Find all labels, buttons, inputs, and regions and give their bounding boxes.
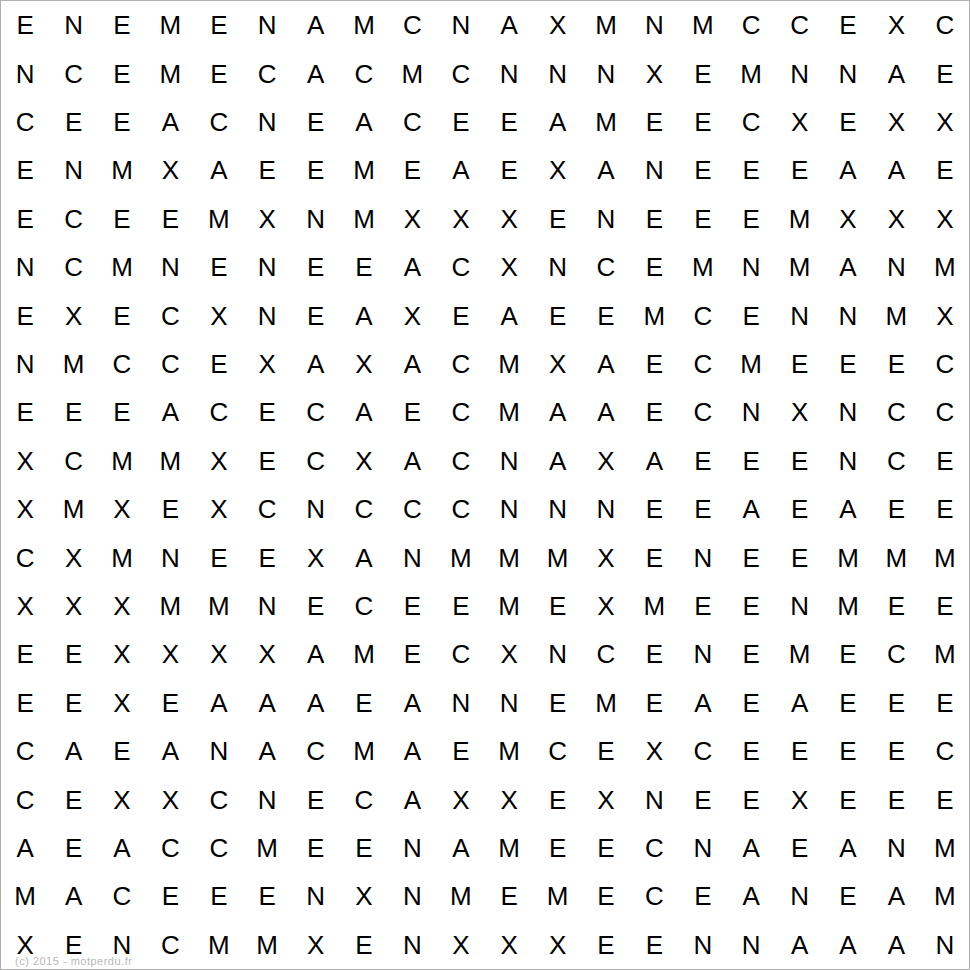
grid-cell[interactable]: E bbox=[727, 679, 775, 727]
grid-cell[interactable]: E bbox=[533, 195, 581, 243]
grid-cell[interactable]: E bbox=[921, 146, 969, 194]
grid-cell[interactable]: A bbox=[775, 679, 823, 727]
grid-cell[interactable]: M bbox=[533, 533, 581, 581]
grid-cell[interactable]: E bbox=[679, 49, 727, 97]
grid-cell[interactable]: C bbox=[49, 49, 97, 97]
grid-cell[interactable]: M bbox=[485, 582, 533, 630]
grid-cell[interactable]: E bbox=[582, 921, 630, 969]
grid-cell[interactable]: E bbox=[630, 485, 678, 533]
grid-cell[interactable]: A bbox=[146, 388, 194, 436]
grid-cell[interactable]: M bbox=[485, 824, 533, 872]
grid-cell[interactable]: E bbox=[49, 98, 97, 146]
grid-cell[interactable]: E bbox=[291, 824, 339, 872]
grid-cell[interactable]: A bbox=[533, 98, 581, 146]
grid-cell[interactable]: E bbox=[872, 775, 920, 823]
grid-cell[interactable]: E bbox=[340, 243, 388, 291]
grid-cell[interactable]: X bbox=[98, 679, 146, 727]
grid-cell[interactable]: M bbox=[630, 582, 678, 630]
grid-cell[interactable]: A bbox=[243, 727, 291, 775]
grid-cell[interactable]: M bbox=[340, 146, 388, 194]
grid-cell[interactable]: E bbox=[485, 872, 533, 920]
grid-cell[interactable]: N bbox=[195, 727, 243, 775]
grid-cell[interactable]: C bbox=[679, 388, 727, 436]
grid-cell[interactable]: E bbox=[340, 921, 388, 969]
grid-cell[interactable]: X bbox=[340, 437, 388, 485]
grid-cell[interactable]: X bbox=[533, 340, 581, 388]
grid-cell[interactable]: M bbox=[824, 582, 872, 630]
grid-cell[interactable]: E bbox=[582, 872, 630, 920]
grid-cell[interactable]: A bbox=[291, 679, 339, 727]
grid-cell[interactable]: E bbox=[437, 582, 485, 630]
grid-cell[interactable]: X bbox=[1, 485, 49, 533]
grid-cell[interactable]: E bbox=[775, 146, 823, 194]
grid-cell[interactable]: C bbox=[533, 727, 581, 775]
grid-cell[interactable]: C bbox=[872, 630, 920, 678]
grid-cell[interactable]: N bbox=[872, 824, 920, 872]
grid-cell[interactable]: E bbox=[146, 872, 194, 920]
grid-cell[interactable]: E bbox=[582, 727, 630, 775]
grid-cell[interactable]: N bbox=[775, 49, 823, 97]
grid-cell[interactable]: E bbox=[727, 727, 775, 775]
grid-cell[interactable]: A bbox=[1, 824, 49, 872]
grid-cell[interactable]: N bbox=[824, 437, 872, 485]
grid-cell[interactable]: A bbox=[49, 872, 97, 920]
grid-cell[interactable]: A bbox=[388, 775, 436, 823]
grid-cell[interactable]: E bbox=[98, 727, 146, 775]
grid-cell[interactable]: M bbox=[195, 582, 243, 630]
grid-cell[interactable]: C bbox=[679, 291, 727, 339]
grid-cell[interactable]: X bbox=[195, 291, 243, 339]
grid-cell[interactable]: M bbox=[872, 533, 920, 581]
grid-cell[interactable]: C bbox=[775, 1, 823, 49]
grid-cell[interactable]: X bbox=[775, 775, 823, 823]
grid-cell[interactable]: M bbox=[872, 291, 920, 339]
grid-cell[interactable]: C bbox=[146, 921, 194, 969]
grid-cell[interactable]: A bbox=[49, 727, 97, 775]
grid-cell[interactable]: C bbox=[291, 437, 339, 485]
grid-cell[interactable]: M bbox=[824, 533, 872, 581]
grid-cell[interactable]: N bbox=[388, 824, 436, 872]
grid-cell[interactable]: X bbox=[533, 921, 581, 969]
grid-cell[interactable]: E bbox=[485, 98, 533, 146]
grid-cell[interactable]: M bbox=[243, 921, 291, 969]
grid-cell[interactable]: X bbox=[485, 921, 533, 969]
grid-cell[interactable]: A bbox=[727, 485, 775, 533]
grid-cell[interactable]: C bbox=[921, 388, 969, 436]
grid-cell[interactable]: E bbox=[630, 340, 678, 388]
grid-cell[interactable]: C bbox=[340, 485, 388, 533]
grid-cell[interactable]: A bbox=[824, 146, 872, 194]
grid-cell[interactable]: E bbox=[533, 824, 581, 872]
grid-cell[interactable]: N bbox=[533, 243, 581, 291]
grid-cell[interactable]: E bbox=[582, 291, 630, 339]
grid-cell[interactable]: N bbox=[1, 49, 49, 97]
grid-cell[interactable]: M bbox=[921, 630, 969, 678]
grid-cell[interactable]: M bbox=[679, 243, 727, 291]
grid-cell[interactable]: A bbox=[727, 872, 775, 920]
grid-cell[interactable]: E bbox=[679, 437, 727, 485]
grid-cell[interactable]: E bbox=[388, 146, 436, 194]
grid-cell[interactable]: M bbox=[437, 872, 485, 920]
grid-cell[interactable]: X bbox=[98, 582, 146, 630]
grid-cell[interactable]: E bbox=[243, 388, 291, 436]
grid-cell[interactable]: N bbox=[437, 679, 485, 727]
grid-cell[interactable]: M bbox=[921, 872, 969, 920]
grid-cell[interactable]: M bbox=[582, 98, 630, 146]
grid-cell[interactable]: N bbox=[582, 485, 630, 533]
grid-cell[interactable]: X bbox=[921, 98, 969, 146]
grid-cell[interactable]: E bbox=[775, 727, 823, 775]
grid-cell[interactable]: M bbox=[1, 872, 49, 920]
grid-cell[interactable]: C bbox=[1, 533, 49, 581]
grid-cell[interactable]: A bbox=[824, 485, 872, 533]
grid-cell[interactable]: E bbox=[921, 49, 969, 97]
grid-cell[interactable]: E bbox=[630, 921, 678, 969]
grid-cell[interactable]: N bbox=[485, 437, 533, 485]
grid-cell[interactable]: X bbox=[1, 921, 49, 969]
grid-cell[interactable]: E bbox=[437, 291, 485, 339]
grid-cell[interactable]: X bbox=[775, 388, 823, 436]
grid-cell[interactable]: A bbox=[291, 340, 339, 388]
grid-cell[interactable]: M bbox=[388, 49, 436, 97]
grid-cell[interactable]: M bbox=[146, 437, 194, 485]
grid-cell[interactable]: M bbox=[340, 1, 388, 49]
grid-cell[interactable]: N bbox=[1, 340, 49, 388]
grid-cell[interactable]: C bbox=[291, 388, 339, 436]
grid-cell[interactable]: C bbox=[1, 775, 49, 823]
grid-cell[interactable]: E bbox=[630, 533, 678, 581]
grid-cell[interactable]: C bbox=[437, 388, 485, 436]
grid-cell[interactable]: X bbox=[49, 582, 97, 630]
grid-cell[interactable]: N bbox=[49, 1, 97, 49]
grid-cell[interactable]: N bbox=[388, 872, 436, 920]
grid-cell[interactable]: X bbox=[630, 727, 678, 775]
grid-cell[interactable]: A bbox=[872, 921, 920, 969]
grid-cell[interactable]: C bbox=[388, 1, 436, 49]
grid-cell[interactable]: X bbox=[485, 630, 533, 678]
grid-cell[interactable]: N bbox=[243, 243, 291, 291]
grid-cell[interactable]: A bbox=[824, 243, 872, 291]
grid-cell[interactable]: N bbox=[630, 1, 678, 49]
grid-cell[interactable]: M bbox=[485, 533, 533, 581]
grid-cell[interactable]: E bbox=[1, 1, 49, 49]
grid-cell[interactable]: N bbox=[485, 49, 533, 97]
grid-cell[interactable]: C bbox=[437, 437, 485, 485]
grid-cell[interactable]: A bbox=[388, 679, 436, 727]
grid-cell[interactable]: N bbox=[485, 679, 533, 727]
grid-cell[interactable]: X bbox=[291, 921, 339, 969]
grid-cell[interactable]: X bbox=[49, 291, 97, 339]
grid-cell[interactable]: E bbox=[98, 1, 146, 49]
grid-cell[interactable]: E bbox=[872, 485, 920, 533]
grid-cell[interactable]: M bbox=[340, 727, 388, 775]
grid-cell[interactable]: X bbox=[1, 582, 49, 630]
grid-cell[interactable]: M bbox=[485, 340, 533, 388]
grid-cell[interactable]: E bbox=[727, 195, 775, 243]
grid-cell[interactable]: X bbox=[437, 775, 485, 823]
grid-cell[interactable]: E bbox=[824, 872, 872, 920]
grid-cell[interactable]: E bbox=[679, 485, 727, 533]
grid-cell[interactable]: E bbox=[824, 340, 872, 388]
grid-cell[interactable]: E bbox=[727, 775, 775, 823]
grid-cell[interactable]: N bbox=[582, 49, 630, 97]
grid-cell[interactable]: A bbox=[533, 437, 581, 485]
grid-cell[interactable]: M bbox=[775, 243, 823, 291]
grid-cell[interactable]: E bbox=[291, 146, 339, 194]
grid-cell[interactable]: E bbox=[146, 679, 194, 727]
grid-cell[interactable]: X bbox=[533, 146, 581, 194]
grid-cell[interactable]: X bbox=[243, 630, 291, 678]
grid-cell[interactable]: E bbox=[1, 388, 49, 436]
grid-cell[interactable]: N bbox=[485, 485, 533, 533]
grid-cell[interactable]: A bbox=[582, 340, 630, 388]
grid-cell[interactable]: X bbox=[98, 630, 146, 678]
grid-cell[interactable]: C bbox=[195, 775, 243, 823]
grid-cell[interactable]: C bbox=[195, 824, 243, 872]
grid-cell[interactable]: E bbox=[98, 195, 146, 243]
grid-cell[interactable]: E bbox=[195, 872, 243, 920]
grid-cell[interactable]: M bbox=[775, 630, 823, 678]
grid-cell[interactable]: E bbox=[727, 582, 775, 630]
grid-cell[interactable]: M bbox=[49, 340, 97, 388]
grid-cell[interactable]: E bbox=[630, 195, 678, 243]
grid-cell[interactable]: X bbox=[824, 195, 872, 243]
grid-cell[interactable]: N bbox=[582, 195, 630, 243]
grid-cell[interactable]: C bbox=[921, 727, 969, 775]
grid-cell[interactable]: E bbox=[195, 1, 243, 49]
grid-cell[interactable]: E bbox=[291, 291, 339, 339]
grid-cell[interactable]: E bbox=[727, 146, 775, 194]
grid-cell[interactable]: C bbox=[49, 437, 97, 485]
grid-cell[interactable]: N bbox=[533, 49, 581, 97]
grid-cell[interactable]: E bbox=[340, 679, 388, 727]
grid-cell[interactable]: E bbox=[243, 437, 291, 485]
grid-cell[interactable]: X bbox=[146, 630, 194, 678]
grid-cell[interactable]: E bbox=[872, 340, 920, 388]
grid-cell[interactable]: N bbox=[630, 146, 678, 194]
grid-cell[interactable]: E bbox=[98, 98, 146, 146]
grid-cell[interactable]: A bbox=[340, 291, 388, 339]
grid-cell[interactable]: A bbox=[98, 824, 146, 872]
grid-cell[interactable]: M bbox=[195, 195, 243, 243]
grid-cell[interactable]: C bbox=[921, 340, 969, 388]
grid-cell[interactable]: X bbox=[872, 1, 920, 49]
grid-cell[interactable]: N bbox=[243, 775, 291, 823]
grid-cell[interactable]: E bbox=[630, 98, 678, 146]
grid-cell[interactable]: A bbox=[291, 630, 339, 678]
grid-cell[interactable]: A bbox=[388, 727, 436, 775]
grid-cell[interactable]: X bbox=[146, 146, 194, 194]
grid-cell[interactable]: E bbox=[243, 146, 291, 194]
grid-cell[interactable]: E bbox=[1, 291, 49, 339]
grid-cell[interactable]: C bbox=[195, 98, 243, 146]
grid-cell[interactable]: E bbox=[533, 679, 581, 727]
grid-cell[interactable]: C bbox=[243, 485, 291, 533]
grid-cell[interactable]: C bbox=[872, 437, 920, 485]
grid-cell[interactable]: A bbox=[388, 243, 436, 291]
grid-cell[interactable]: M bbox=[485, 727, 533, 775]
grid-cell[interactable]: A bbox=[340, 388, 388, 436]
grid-cell[interactable]: M bbox=[98, 243, 146, 291]
grid-cell[interactable]: C bbox=[146, 291, 194, 339]
grid-cell[interactable]: A bbox=[824, 921, 872, 969]
grid-cell[interactable]: E bbox=[775, 485, 823, 533]
grid-cell[interactable]: C bbox=[727, 1, 775, 49]
grid-cell[interactable]: E bbox=[630, 243, 678, 291]
grid-cell[interactable]: E bbox=[243, 533, 291, 581]
grid-cell[interactable]: C bbox=[98, 340, 146, 388]
grid-cell[interactable]: M bbox=[146, 582, 194, 630]
grid-cell[interactable]: C bbox=[1, 98, 49, 146]
grid-cell[interactable]: C bbox=[679, 340, 727, 388]
grid-cell[interactable]: X bbox=[921, 291, 969, 339]
grid-cell[interactable]: C bbox=[388, 485, 436, 533]
grid-cell[interactable]: E bbox=[921, 582, 969, 630]
grid-cell[interactable]: N bbox=[49, 146, 97, 194]
grid-cell[interactable]: E bbox=[98, 49, 146, 97]
grid-cell[interactable]: M bbox=[582, 1, 630, 49]
grid-cell[interactable]: N bbox=[824, 49, 872, 97]
grid-cell[interactable]: E bbox=[824, 679, 872, 727]
grid-cell[interactable]: A bbox=[533, 388, 581, 436]
grid-cell[interactable]: N bbox=[533, 630, 581, 678]
grid-cell[interactable]: E bbox=[679, 582, 727, 630]
grid-cell[interactable]: N bbox=[775, 872, 823, 920]
grid-cell[interactable]: N bbox=[679, 630, 727, 678]
grid-cell[interactable]: X bbox=[243, 195, 291, 243]
grid-cell[interactable]: E bbox=[388, 388, 436, 436]
grid-cell[interactable]: E bbox=[195, 49, 243, 97]
grid-cell[interactable]: M bbox=[49, 485, 97, 533]
grid-cell[interactable]: A bbox=[146, 98, 194, 146]
grid-cell[interactable]: X bbox=[388, 195, 436, 243]
grid-cell[interactable]: N bbox=[630, 775, 678, 823]
grid-cell[interactable]: N bbox=[146, 533, 194, 581]
grid-cell[interactable]: A bbox=[630, 437, 678, 485]
grid-cell[interactable]: C bbox=[727, 98, 775, 146]
grid-cell[interactable]: C bbox=[679, 727, 727, 775]
grid-cell[interactable]: E bbox=[775, 533, 823, 581]
grid-cell[interactable]: N bbox=[146, 243, 194, 291]
grid-cell[interactable]: A bbox=[291, 1, 339, 49]
grid-cell[interactable]: X bbox=[98, 485, 146, 533]
grid-cell[interactable]: C bbox=[340, 582, 388, 630]
grid-cell[interactable]: E bbox=[533, 291, 581, 339]
grid-cell[interactable]: N bbox=[921, 921, 969, 969]
grid-cell[interactable]: E bbox=[388, 630, 436, 678]
grid-cell[interactable]: N bbox=[679, 921, 727, 969]
grid-cell[interactable]: E bbox=[49, 921, 97, 969]
grid-cell[interactable]: C bbox=[582, 630, 630, 678]
grid-cell[interactable]: C bbox=[195, 388, 243, 436]
grid-cell[interactable]: C bbox=[49, 243, 97, 291]
grid-cell[interactable]: A bbox=[388, 437, 436, 485]
grid-cell[interactable]: N bbox=[291, 485, 339, 533]
grid-cell[interactable]: E bbox=[630, 388, 678, 436]
grid-cell[interactable]: N bbox=[824, 291, 872, 339]
grid-cell[interactable]: E bbox=[1, 195, 49, 243]
grid-cell[interactable]: C bbox=[437, 630, 485, 678]
grid-cell[interactable]: M bbox=[921, 824, 969, 872]
grid-cell[interactable]: M bbox=[98, 146, 146, 194]
grid-cell[interactable]: C bbox=[243, 49, 291, 97]
grid-cell[interactable]: E bbox=[485, 146, 533, 194]
grid-cell[interactable]: A bbox=[872, 146, 920, 194]
grid-cell[interactable]: C bbox=[921, 1, 969, 49]
grid-cell[interactable]: E bbox=[291, 775, 339, 823]
grid-cell[interactable]: C bbox=[146, 824, 194, 872]
grid-cell[interactable]: X bbox=[243, 340, 291, 388]
grid-cell[interactable]: X bbox=[1, 437, 49, 485]
grid-cell[interactable]: C bbox=[340, 49, 388, 97]
grid-cell[interactable]: E bbox=[437, 727, 485, 775]
grid-cell[interactable]: M bbox=[775, 195, 823, 243]
grid-cell[interactable]: A bbox=[340, 98, 388, 146]
grid-cell[interactable]: M bbox=[146, 1, 194, 49]
grid-cell[interactable]: E bbox=[582, 824, 630, 872]
grid-cell[interactable]: A bbox=[195, 679, 243, 727]
grid-cell[interactable]: C bbox=[582, 243, 630, 291]
grid-cell[interactable]: M bbox=[921, 243, 969, 291]
grid-cell[interactable]: N bbox=[388, 921, 436, 969]
grid-cell[interactable]: E bbox=[630, 630, 678, 678]
grid-cell[interactable]: E bbox=[340, 824, 388, 872]
grid-cell[interactable]: M bbox=[582, 679, 630, 727]
grid-cell[interactable]: A bbox=[582, 388, 630, 436]
grid-cell[interactable]: M bbox=[98, 437, 146, 485]
grid-cell[interactable]: A bbox=[485, 291, 533, 339]
grid-cell[interactable]: N bbox=[727, 243, 775, 291]
grid-cell[interactable]: C bbox=[437, 340, 485, 388]
grid-cell[interactable]: X bbox=[340, 872, 388, 920]
grid-cell[interactable]: C bbox=[872, 388, 920, 436]
grid-cell[interactable]: X bbox=[340, 340, 388, 388]
grid-cell[interactable]: E bbox=[1, 679, 49, 727]
grid-cell[interactable]: E bbox=[727, 437, 775, 485]
grid-cell[interactable]: E bbox=[146, 485, 194, 533]
grid-cell[interactable]: E bbox=[291, 98, 339, 146]
grid-cell[interactable]: X bbox=[49, 533, 97, 581]
grid-cell[interactable]: C bbox=[291, 727, 339, 775]
grid-cell[interactable]: E bbox=[630, 679, 678, 727]
grid-cell[interactable]: N bbox=[437, 1, 485, 49]
grid-cell[interactable]: X bbox=[872, 195, 920, 243]
grid-cell[interactable]: E bbox=[49, 679, 97, 727]
grid-cell[interactable]: E bbox=[679, 98, 727, 146]
grid-cell[interactable]: C bbox=[146, 340, 194, 388]
grid-cell[interactable]: E bbox=[679, 872, 727, 920]
grid-cell[interactable]: X bbox=[630, 49, 678, 97]
grid-cell[interactable]: C bbox=[437, 49, 485, 97]
grid-cell[interactable]: A bbox=[388, 340, 436, 388]
grid-cell[interactable]: E bbox=[533, 582, 581, 630]
grid-cell[interactable]: M bbox=[921, 533, 969, 581]
grid-cell[interactable]: M bbox=[243, 824, 291, 872]
grid-cell[interactable]: E bbox=[679, 775, 727, 823]
grid-cell[interactable]: E bbox=[824, 1, 872, 49]
grid-cell[interactable]: X bbox=[98, 775, 146, 823]
grid-cell[interactable]: A bbox=[195, 146, 243, 194]
grid-cell[interactable]: E bbox=[49, 630, 97, 678]
grid-cell[interactable]: E bbox=[921, 437, 969, 485]
grid-cell[interactable]: X bbox=[437, 195, 485, 243]
grid-cell[interactable]: C bbox=[437, 243, 485, 291]
grid-cell[interactable]: C bbox=[98, 872, 146, 920]
grid-cell[interactable]: A bbox=[872, 872, 920, 920]
grid-cell[interactable]: E bbox=[679, 146, 727, 194]
grid-cell[interactable]: X bbox=[775, 98, 823, 146]
grid-cell[interactable]: N bbox=[243, 582, 291, 630]
